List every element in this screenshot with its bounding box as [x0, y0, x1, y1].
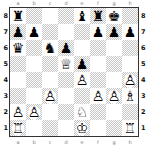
piece-white-pawn: ♙	[26, 104, 42, 120]
piece-black-knight: ♞	[42, 40, 58, 56]
square-h6[interactable]	[122, 40, 138, 56]
rank-label-6: 6	[1, 40, 8, 56]
piece-black-pawn: ♟	[10, 24, 26, 40]
square-b4[interactable]	[26, 72, 42, 88]
piece-white-bishop: ♗	[122, 88, 138, 104]
square-e6[interactable]	[74, 40, 90, 56]
square-e3[interactable]	[74, 88, 90, 104]
square-g7[interactable]: ♟	[106, 24, 122, 40]
square-f2[interactable]	[90, 104, 106, 120]
square-f8[interactable]: ♜	[90, 8, 106, 24]
file-label-a: a	[10, 0, 26, 6]
file-labels-bottom: abcdefgh	[10, 139, 138, 146]
square-d6[interactable]: ♟	[58, 40, 74, 56]
square-b5[interactable]	[26, 56, 42, 72]
piece-black-rook: ♜	[10, 8, 26, 24]
square-f5[interactable]	[90, 56, 106, 72]
file-label-c: c	[42, 139, 58, 146]
piece-white-rook: ♖	[122, 120, 138, 136]
file-label-b: b	[26, 0, 42, 6]
square-b2[interactable]: ♙	[26, 104, 42, 120]
square-b6[interactable]	[26, 40, 42, 56]
piece-black-pawn: ♟	[58, 40, 74, 56]
square-a1[interactable]: ♖	[10, 120, 26, 136]
square-g1[interactable]	[106, 120, 122, 136]
file-label-g: g	[106, 0, 122, 6]
square-a2[interactable]: ♙	[10, 104, 26, 120]
piece-black-pawn: ♟	[106, 24, 122, 40]
file-label-a: a	[10, 139, 26, 146]
rank-labels-left: 87654321	[1, 8, 8, 136]
file-label-g: g	[106, 139, 122, 146]
square-d4[interactable]	[58, 72, 74, 88]
square-h2[interactable]	[122, 104, 138, 120]
square-h5[interactable]	[122, 56, 138, 72]
square-d2[interactable]	[58, 104, 74, 120]
square-c7[interactable]	[42, 24, 58, 40]
square-b3[interactable]	[26, 88, 42, 104]
piece-white-queen: ♕	[58, 56, 74, 72]
square-h1[interactable]: ♖	[122, 120, 138, 136]
square-b8[interactable]	[26, 8, 42, 24]
square-h7[interactable]: ♟	[122, 24, 138, 40]
rank-label-7: 7	[1, 24, 8, 40]
square-a6[interactable]: ♛	[10, 40, 26, 56]
piece-black-queen: ♛	[10, 40, 26, 56]
file-label-c: c	[42, 0, 58, 6]
square-f4[interactable]	[90, 72, 106, 88]
square-g6[interactable]	[106, 40, 122, 56]
square-b7[interactable]: ♟	[26, 24, 42, 40]
square-c1[interactable]	[42, 120, 58, 136]
rank-labels-right: 87654321	[141, 8, 148, 136]
square-a7[interactable]: ♟	[10, 24, 26, 40]
rank-label-7: 7	[141, 24, 148, 40]
rank-label-4: 4	[141, 72, 148, 88]
rank-label-8: 8	[141, 8, 148, 24]
square-e2[interactable]: ♘	[74, 104, 90, 120]
piece-white-pawn: ♙	[10, 104, 26, 120]
square-a5[interactable]	[10, 56, 26, 72]
rank-label-5: 5	[1, 56, 8, 72]
file-label-f: f	[90, 139, 106, 146]
piece-white-pawn: ♙	[42, 88, 58, 104]
piece-black-pawn: ♟	[90, 24, 106, 40]
piece-white-pawn: ♙	[74, 72, 90, 88]
piece-black-king: ♚	[106, 8, 122, 24]
square-c3[interactable]: ♙	[42, 88, 58, 104]
rank-label-4: 4	[1, 72, 8, 88]
piece-black-bishop: ♝	[74, 8, 90, 24]
square-d3[interactable]	[58, 88, 74, 104]
file-label-e: e	[74, 0, 90, 6]
square-h8[interactable]	[122, 8, 138, 24]
square-b1[interactable]	[26, 120, 42, 136]
square-f6[interactable]	[90, 40, 106, 56]
square-g2[interactable]	[106, 104, 122, 120]
square-e7[interactable]	[74, 24, 90, 40]
rank-label-3: 3	[1, 88, 8, 104]
piece-black-pawn: ♟	[26, 24, 42, 40]
square-d7[interactable]	[58, 24, 74, 40]
rank-label-2: 2	[1, 104, 8, 120]
rank-label-6: 6	[141, 40, 148, 56]
square-d5[interactable]: ♕	[58, 56, 74, 72]
square-c4[interactable]	[42, 72, 58, 88]
square-e8[interactable]: ♝	[74, 8, 90, 24]
square-e4[interactable]: ♙	[74, 72, 90, 88]
square-e1[interactable]: ♔	[74, 120, 90, 136]
file-label-e: e	[74, 139, 90, 146]
square-c5[interactable]	[42, 56, 58, 72]
square-a8[interactable]: ♜	[10, 8, 26, 24]
square-h3[interactable]: ♗	[122, 88, 138, 104]
chess-diagram: abcdefgh 87654321 ♜♝♜♚♟♟♟♟♟♛♞♟♕♟♙♙♙♙♙♗♙♙…	[0, 0, 150, 150]
square-a4[interactable]	[10, 72, 26, 88]
square-h4[interactable]: ♙	[122, 72, 138, 88]
piece-white-knight: ♘	[74, 104, 90, 120]
file-labels-top: abcdefgh	[10, 0, 138, 6]
square-a3[interactable]	[10, 88, 26, 104]
piece-white-pawn: ♙	[122, 72, 138, 88]
piece-black-rook: ♜	[90, 8, 106, 24]
square-g3[interactable]: ♙	[106, 88, 122, 104]
square-g4[interactable]	[106, 72, 122, 88]
rank-label-8: 8	[1, 8, 8, 24]
file-label-d: d	[58, 0, 74, 6]
file-label-h: h	[122, 139, 138, 146]
rank-label-3: 3	[141, 88, 148, 104]
square-d8[interactable]	[58, 8, 74, 24]
square-f1[interactable]	[90, 120, 106, 136]
piece-white-king: ♔	[74, 120, 90, 136]
square-e5[interactable]: ♟	[74, 56, 90, 72]
file-label-h: h	[122, 0, 138, 6]
piece-white-pawn: ♙	[90, 88, 106, 104]
rank-label-1: 1	[141, 120, 148, 136]
file-label-f: f	[90, 0, 106, 6]
square-d1[interactable]	[58, 120, 74, 136]
piece-black-pawn: ♟	[74, 56, 90, 72]
file-label-d: d	[58, 139, 74, 146]
square-f7[interactable]: ♟	[90, 24, 106, 40]
square-g5[interactable]	[106, 56, 122, 72]
square-c2[interactable]	[42, 104, 58, 120]
square-g8[interactable]: ♚	[106, 8, 122, 24]
square-f3[interactable]: ♙	[90, 88, 106, 104]
rank-label-5: 5	[141, 56, 148, 72]
chess-board: ♜♝♜♚♟♟♟♟♟♛♞♟♕♟♙♙♙♙♙♗♙♙♘♖♔♖	[9, 7, 139, 137]
piece-white-rook: ♖	[10, 120, 26, 136]
file-label-b: b	[26, 139, 42, 146]
rank-label-1: 1	[1, 120, 8, 136]
square-c8[interactable]	[42, 8, 58, 24]
piece-black-pawn: ♟	[122, 24, 138, 40]
rank-label-2: 2	[141, 104, 148, 120]
square-c6[interactable]: ♞	[42, 40, 58, 56]
piece-white-pawn: ♙	[106, 88, 122, 104]
